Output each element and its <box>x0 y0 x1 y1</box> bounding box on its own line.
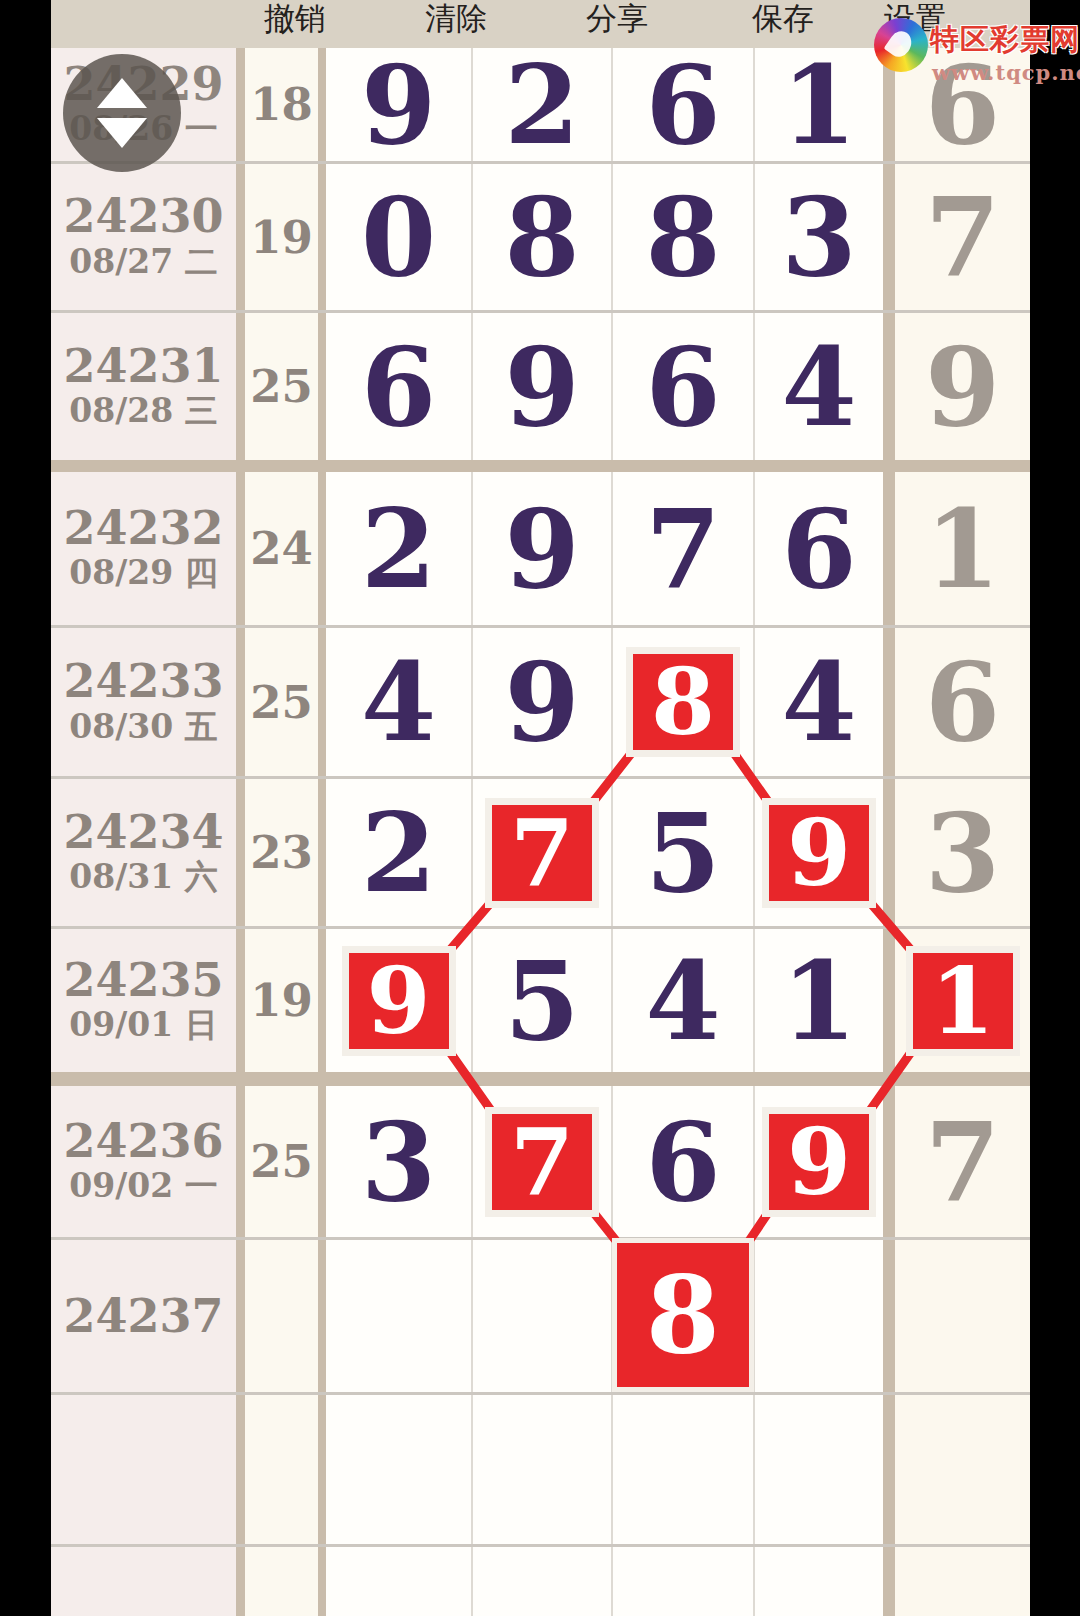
selected-digit-box[interactable]: 1 <box>913 953 1013 1049</box>
selected-digit-box[interactable]: 8 <box>617 1243 749 1387</box>
digit-cell[interactable]: 6 <box>611 48 753 161</box>
fifth-digit-cell <box>895 1395 1030 1544</box>
fifth-digit-value: 6 <box>925 648 1000 756</box>
digit-cell[interactable]: 4 <box>611 929 753 1072</box>
digit-value: 6 <box>645 333 720 441</box>
down-arrow-icon <box>97 118 147 148</box>
period-label: 24236 <box>63 1117 223 1165</box>
selected-digit: 7 <box>510 807 574 899</box>
period-cell: 2423108/28 三 <box>51 313 236 460</box>
sum-cell: 23 <box>245 779 318 926</box>
period-label: 24237 <box>63 1292 223 1340</box>
sum-cell: 25 <box>245 1086 318 1237</box>
logo-url: www.tqcp.net <box>932 60 1080 85</box>
selected-digit-box[interactable]: 8 <box>633 654 733 750</box>
selected-digit: 9 <box>366 955 430 1047</box>
table-row: 2423008/27 二1908837 <box>51 164 1030 313</box>
date-label: 08/30 五 <box>69 706 217 747</box>
selected-digit-box[interactable]: 9 <box>769 1114 869 1210</box>
sum-value: 19 <box>250 211 313 264</box>
digit-cell[interactable]: 5 <box>611 779 753 926</box>
selected-digit: 9 <box>787 1116 851 1208</box>
period-cell: 2423509/01 日 <box>51 929 236 1072</box>
digit-cell[interactable] <box>471 1240 611 1392</box>
digit-value: 9 <box>504 495 579 603</box>
period-label: 24231 <box>63 342 223 390</box>
fifth-digit-cell[interactable]: 3 <box>895 779 1030 926</box>
digit-cell[interactable]: 2 <box>471 48 611 161</box>
fifth-digit-cell[interactable]: 7 <box>895 1086 1030 1237</box>
digit-value: 3 <box>781 183 856 291</box>
digit-cell[interactable]: 7 <box>471 1086 611 1237</box>
digit-cell[interactable]: 7 <box>611 472 753 625</box>
digit-cell <box>611 1395 753 1544</box>
fifth-digit-value: 7 <box>925 183 1000 291</box>
digit-value: 9 <box>504 648 579 756</box>
sum-cell <box>245 1395 318 1544</box>
digit-cell[interactable] <box>753 1240 883 1392</box>
fifth-digit-cell <box>895 1547 1030 1616</box>
save-button[interactable]: 保存 <box>752 0 814 37</box>
fifth-digit-cell[interactable]: 6 <box>895 628 1030 776</box>
fifth-digit-value: 9 <box>925 333 1000 441</box>
digit-value: 2 <box>504 51 579 159</box>
digit-value: 3 <box>361 1108 436 1216</box>
selected-digit: 7 <box>510 1116 574 1208</box>
date-label: 08/31 六 <box>69 856 217 897</box>
fifth-digit-cell[interactable]: 9 <box>895 313 1030 460</box>
digit-cell[interactable]: 9 <box>471 313 611 460</box>
digit-cell <box>471 1395 611 1544</box>
digit-cell[interactable]: 4 <box>326 628 471 776</box>
date-label: 08/29 四 <box>69 552 217 593</box>
table-row: 242378 <box>51 1240 1030 1395</box>
sum-cell: 18 <box>245 48 318 161</box>
sum-value: 25 <box>250 1135 313 1188</box>
digit-cell[interactable]: 9 <box>326 929 471 1072</box>
digit-cell[interactable]: 9 <box>753 1086 883 1237</box>
sum-cell: 24 <box>245 472 318 625</box>
digit-cell[interactable]: 1 <box>753 48 883 161</box>
digit-cell[interactable]: 8 <box>611 164 753 310</box>
digit-cell <box>471 1547 611 1616</box>
fifth-digit-cell[interactable] <box>895 1240 1030 1392</box>
period-cell: 2423008/27 二 <box>51 164 236 310</box>
undo-button[interactable]: 撤销 <box>264 0 326 37</box>
table-row: 2423108/28 三2569649 <box>51 313 1030 460</box>
digit-value: 5 <box>645 799 720 907</box>
sum-cell: 19 <box>245 929 318 1072</box>
table-row: 2423609/02 一2537697 <box>51 1086 1030 1240</box>
digit-cell[interactable]: 2 <box>326 779 471 926</box>
logo-title: 特区彩票网 <box>930 20 1080 60</box>
digit-value: 8 <box>504 183 579 291</box>
period-label: 24235 <box>63 956 223 1004</box>
digit-cell[interactable]: 6 <box>753 472 883 625</box>
sum-value: 25 <box>250 360 313 413</box>
selected-digit: 1 <box>930 955 994 1047</box>
digit-value: 4 <box>781 333 856 441</box>
scroll-updown-button[interactable] <box>63 54 181 172</box>
digit-value: 1 <box>781 947 856 1055</box>
digit-cell[interactable]: 9 <box>471 472 611 625</box>
fifth-digit-cell[interactable]: 7 <box>895 164 1030 310</box>
digit-value: 9 <box>504 333 579 441</box>
digit-value: 4 <box>645 947 720 1055</box>
period-cell: 2423208/29 四 <box>51 472 236 625</box>
digit-cell[interactable]: 7 <box>471 779 611 926</box>
sum-value: 23 <box>250 826 313 879</box>
period-label: 24232 <box>63 504 223 552</box>
app-screen: 撤销 清除 分享 保存 设置 2422908/26 一1892616242300… <box>0 0 1080 1616</box>
digit-cell[interactable]: 8 <box>471 164 611 310</box>
digit-value: 2 <box>361 495 436 603</box>
sum-value: 19 <box>250 974 313 1027</box>
trend-table: 2422908/26 一18926162423008/27 二190883724… <box>51 48 1030 1616</box>
digit-cell[interactable]: 0 <box>326 164 471 310</box>
fifth-digit-value: 7 <box>925 1108 1000 1216</box>
digit-cell[interactable]: 3 <box>753 164 883 310</box>
share-button[interactable]: 分享 <box>586 0 648 37</box>
digit-cell[interactable]: 4 <box>753 313 883 460</box>
sum-cell: 25 <box>245 313 318 460</box>
period-cell: 2423408/31 六 <box>51 779 236 926</box>
digit-cell <box>611 1547 753 1616</box>
fifth-digit-value: 3 <box>925 799 1000 907</box>
digit-value: 0 <box>361 183 436 291</box>
trend-chart-app: 撤销 清除 分享 保存 设置 2422908/26 一1892616242300… <box>51 0 1030 1616</box>
digit-cell <box>753 1547 883 1616</box>
digit-cell[interactable]: 9 <box>326 48 471 161</box>
logo-swirl-icon <box>874 18 928 72</box>
table-row: 2423208/29 四2429761 <box>51 472 1030 628</box>
clear-button[interactable]: 清除 <box>425 0 487 37</box>
sum-value: 18 <box>250 78 313 131</box>
sum-cell: 25 <box>245 628 318 776</box>
table-row <box>51 1547 1030 1616</box>
group-separator <box>51 1072 1030 1086</box>
digit-value: 6 <box>361 333 436 441</box>
digit-cell[interactable]: 9 <box>471 628 611 776</box>
period-label: 24230 <box>63 192 223 240</box>
digit-cell[interactable]: 5 <box>471 929 611 1072</box>
digit-cell <box>753 1395 883 1544</box>
date-label: 08/28 三 <box>69 390 217 431</box>
table-row: 2423509/01 日1995411 <box>51 929 1030 1072</box>
table-row <box>51 1395 1030 1547</box>
fifth-digit-cell[interactable]: 1 <box>895 929 1030 1072</box>
period-cell: 24237 <box>51 1240 236 1392</box>
digit-value: 9 <box>361 51 436 159</box>
period-cell <box>51 1547 236 1616</box>
digit-cell[interactable] <box>326 1240 471 1392</box>
date-label: 08/27 二 <box>69 241 217 282</box>
selected-digit: 8 <box>646 1262 720 1368</box>
selected-digit-box[interactable]: 9 <box>769 805 869 901</box>
digit-cell[interactable]: 6 <box>611 1086 753 1237</box>
digit-value: 5 <box>504 947 579 1055</box>
digit-value: 6 <box>781 495 856 603</box>
digit-value: 7 <box>645 495 720 603</box>
fifth-digit-cell[interactable]: 1 <box>895 472 1030 625</box>
sum-cell: 19 <box>245 164 318 310</box>
digit-value: 4 <box>781 648 856 756</box>
digit-value: 2 <box>361 799 436 907</box>
group-separator <box>51 460 1030 472</box>
period-label: 24233 <box>63 657 223 705</box>
period-cell: 2423308/30 五 <box>51 628 236 776</box>
digit-cell[interactable]: 4 <box>753 628 883 776</box>
table-row: 2423308/30 五2549846 <box>51 628 1030 779</box>
up-arrow-icon <box>97 78 147 108</box>
sum-value: 24 <box>250 522 313 575</box>
digit-cell[interactable]: 2 <box>326 472 471 625</box>
digit-value: 1 <box>781 51 856 159</box>
digit-cell[interactable]: 1 <box>753 929 883 1072</box>
digit-cell[interactable]: 6 <box>326 313 471 460</box>
digit-value: 4 <box>361 648 436 756</box>
digit-value: 6 <box>645 1108 720 1216</box>
date-label: 09/01 日 <box>69 1004 217 1045</box>
digit-cell <box>326 1395 471 1544</box>
selected-digit: 9 <box>787 807 851 899</box>
fifth-digit-value: 1 <box>925 495 1000 603</box>
digit-cell[interactable]: 8 <box>611 628 753 776</box>
sum-value: 25 <box>250 676 313 729</box>
period-cell: 2423609/02 一 <box>51 1086 236 1237</box>
digit-value: 8 <box>645 183 720 291</box>
selected-digit-box[interactable]: 7 <box>492 805 592 901</box>
digit-cell[interactable]: 3 <box>326 1086 471 1237</box>
digit-cell <box>326 1547 471 1616</box>
digit-cell[interactable]: 6 <box>611 313 753 460</box>
date-label: 09/02 一 <box>69 1165 217 1206</box>
digit-value: 6 <box>645 51 720 159</box>
digit-cell[interactable]: 8 <box>611 1240 753 1392</box>
sum-cell <box>245 1547 318 1616</box>
sum-cell <box>245 1240 318 1392</box>
selected-digit-box[interactable]: 9 <box>349 953 449 1049</box>
selected-digit-box[interactable]: 7 <box>492 1114 592 1210</box>
selected-digit: 8 <box>651 656 715 748</box>
period-cell <box>51 1395 236 1544</box>
table-row: 2423408/31 六2327593 <box>51 779 1030 929</box>
period-label: 24234 <box>63 808 223 856</box>
digit-cell[interactable]: 9 <box>753 779 883 926</box>
